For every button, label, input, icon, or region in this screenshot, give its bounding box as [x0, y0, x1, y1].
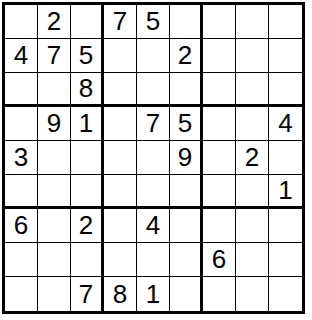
cell-r9c3-given[interactable]: 7	[71, 277, 104, 311]
cell-r9c2-empty[interactable]	[38, 277, 71, 311]
cell-r9c7-empty[interactable]	[203, 277, 236, 311]
cell-r1c8-empty[interactable]	[236, 5, 269, 39]
cell-r3c4-empty[interactable]	[104, 73, 137, 107]
cell-r4c5-given[interactable]: 7	[137, 107, 170, 141]
cell-r6c5-empty[interactable]	[137, 175, 170, 209]
cell-r1c6-empty[interactable]	[170, 5, 203, 39]
cell-r3c1-empty[interactable]	[5, 73, 38, 107]
cell-r7c8-empty[interactable]	[236, 209, 269, 243]
cell-r2c1-given[interactable]: 4	[5, 39, 38, 73]
cell-r2c6-given[interactable]: 2	[170, 39, 203, 73]
cell-r7c1-given[interactable]: 6	[5, 209, 38, 243]
cell-r6c2-empty[interactable]	[38, 175, 71, 209]
cell-r7c6-empty[interactable]	[170, 209, 203, 243]
cell-r9c9-empty[interactable]	[269, 277, 302, 311]
cell-r6c1-empty[interactable]	[5, 175, 38, 209]
cell-r4c2-given[interactable]: 9	[38, 107, 71, 141]
cell-r2c9-empty[interactable]	[269, 39, 302, 73]
sudoku-board: 275475289175439216246781	[2, 2, 305, 314]
cell-r3c5-empty[interactable]	[137, 73, 170, 107]
cell-r8c5-empty[interactable]	[137, 243, 170, 277]
cell-r3c3-given[interactable]: 8	[71, 73, 104, 107]
cell-r1c1-empty[interactable]	[5, 5, 38, 39]
cell-r9c5-given[interactable]: 1	[137, 277, 170, 311]
cell-r6c3-empty[interactable]	[71, 175, 104, 209]
cell-r5c9-empty[interactable]	[269, 141, 302, 175]
cell-r2c2-given[interactable]: 7	[38, 39, 71, 73]
cell-r9c4-given[interactable]: 8	[104, 277, 137, 311]
cell-r8c7-given[interactable]: 6	[203, 243, 236, 277]
cell-r3c8-empty[interactable]	[236, 73, 269, 107]
cell-r9c1-empty[interactable]	[5, 277, 38, 311]
cell-r4c1-empty[interactable]	[5, 107, 38, 141]
cell-r5c2-empty[interactable]	[38, 141, 71, 175]
cell-r4c8-empty[interactable]	[236, 107, 269, 141]
cell-r4c4-empty[interactable]	[104, 107, 137, 141]
cell-r7c5-given[interactable]: 4	[137, 209, 170, 243]
cell-r8c8-empty[interactable]	[236, 243, 269, 277]
cell-r6c6-empty[interactable]	[170, 175, 203, 209]
cell-r1c7-empty[interactable]	[203, 5, 236, 39]
cell-r6c8-empty[interactable]	[236, 175, 269, 209]
cell-r8c2-empty[interactable]	[38, 243, 71, 277]
cell-r5c5-empty[interactable]	[137, 141, 170, 175]
cell-r2c3-given[interactable]: 5	[71, 39, 104, 73]
cell-r3c6-empty[interactable]	[170, 73, 203, 107]
cell-r4c6-given[interactable]: 5	[170, 107, 203, 141]
cell-r9c6-empty[interactable]	[170, 277, 203, 311]
cell-r7c3-given[interactable]: 2	[71, 209, 104, 243]
cell-r1c9-empty[interactable]	[269, 5, 302, 39]
cell-r4c7-empty[interactable]	[203, 107, 236, 141]
cell-r6c7-empty[interactable]	[203, 175, 236, 209]
cell-r3c9-empty[interactable]	[269, 73, 302, 107]
cell-r5c7-empty[interactable]	[203, 141, 236, 175]
cell-r5c1-given[interactable]: 3	[5, 141, 38, 175]
cell-r1c4-given[interactable]: 7	[104, 5, 137, 39]
cell-r8c6-empty[interactable]	[170, 243, 203, 277]
cell-r7c7-empty[interactable]	[203, 209, 236, 243]
cell-r8c9-empty[interactable]	[269, 243, 302, 277]
cell-r6c9-given[interactable]: 1	[269, 175, 302, 209]
cell-r1c2-given[interactable]: 2	[38, 5, 71, 39]
cell-r2c5-empty[interactable]	[137, 39, 170, 73]
cell-r3c2-empty[interactable]	[38, 73, 71, 107]
cell-r1c5-given[interactable]: 5	[137, 5, 170, 39]
cell-r4c3-given[interactable]: 1	[71, 107, 104, 141]
cell-r8c4-empty[interactable]	[104, 243, 137, 277]
cell-r2c4-empty[interactable]	[104, 39, 137, 73]
cell-r2c7-empty[interactable]	[203, 39, 236, 73]
page: 275475289175439216246781	[0, 0, 312, 314]
cell-r8c1-empty[interactable]	[5, 243, 38, 277]
cell-r5c3-empty[interactable]	[71, 141, 104, 175]
cell-r2c8-empty[interactable]	[236, 39, 269, 73]
cell-r4c9-given[interactable]: 4	[269, 107, 302, 141]
cell-r5c6-given[interactable]: 9	[170, 141, 203, 175]
cell-r5c4-empty[interactable]	[104, 141, 137, 175]
cell-r7c9-empty[interactable]	[269, 209, 302, 243]
cell-r5c8-given[interactable]: 2	[236, 141, 269, 175]
cell-r3c7-empty[interactable]	[203, 73, 236, 107]
cell-r9c8-empty[interactable]	[236, 277, 269, 311]
cell-r6c4-empty[interactable]	[104, 175, 137, 209]
cell-r7c4-empty[interactable]	[104, 209, 137, 243]
cell-r8c3-empty[interactable]	[71, 243, 104, 277]
cell-r1c3-empty[interactable]	[71, 5, 104, 39]
cell-r7c2-empty[interactable]	[38, 209, 71, 243]
